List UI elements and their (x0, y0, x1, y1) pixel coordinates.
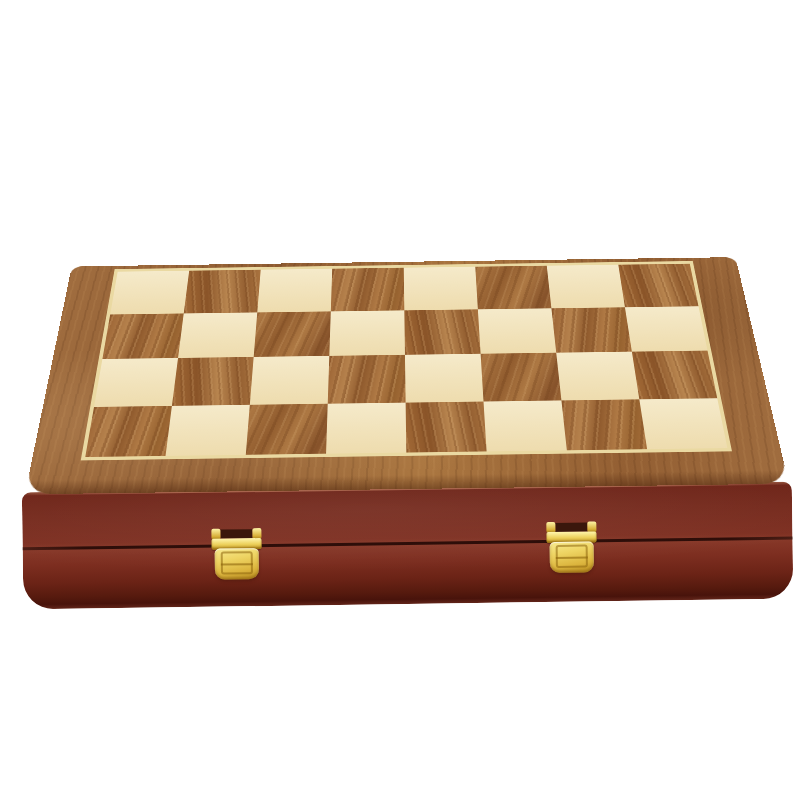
box-front-face (22, 482, 794, 610)
board-square (110, 271, 189, 314)
lid-seam (23, 537, 793, 551)
board-square (184, 270, 261, 313)
board-square (481, 353, 562, 401)
board-square (326, 402, 406, 453)
board-square (166, 404, 250, 456)
clasp-latch-body (215, 548, 259, 580)
board-square (250, 356, 329, 405)
board-square (625, 306, 708, 352)
board-square (405, 354, 484, 402)
clasp-gap (555, 522, 587, 531)
box-lid-top-face (25, 257, 789, 494)
board-square (85, 405, 172, 457)
board-square (172, 357, 254, 406)
board-square (404, 309, 480, 355)
board-square (547, 265, 625, 308)
board-square (483, 400, 566, 451)
board-square (246, 403, 328, 454)
board-square (478, 308, 556, 354)
board-square (178, 312, 257, 358)
left-clasp (211, 528, 262, 581)
clasp-gap (220, 529, 252, 538)
chess-box (0, 0, 800, 800)
board-square (331, 268, 405, 311)
board-square (406, 401, 487, 452)
right-clasp (546, 521, 597, 574)
clasp-latch-body (550, 541, 594, 573)
board-square (254, 311, 331, 357)
board-square (551, 307, 632, 353)
board-square (404, 267, 478, 310)
board-square (561, 399, 647, 450)
board-square (556, 352, 639, 400)
product-photo (0, 0, 800, 800)
board-square (329, 310, 405, 356)
board-square (102, 313, 183, 359)
board-square (328, 355, 406, 404)
board-square (632, 351, 717, 399)
board-square (257, 269, 332, 312)
board-maple-frame (81, 261, 732, 460)
board-square (639, 398, 727, 449)
board-square (618, 264, 698, 307)
board-square (94, 358, 178, 407)
chess-board-half (85, 264, 727, 457)
board-square (475, 266, 551, 309)
